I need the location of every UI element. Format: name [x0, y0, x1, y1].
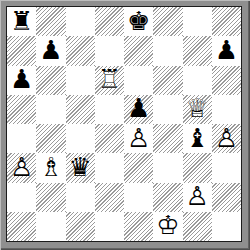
square-c2[interactable] — [66, 183, 95, 212]
square-g5[interactable]: ♛♕ — [183, 95, 212, 124]
white-rook-outline: ♖ — [95, 66, 124, 95]
black-rook: ♜ — [7, 7, 36, 36]
square-g1[interactable] — [183, 212, 212, 241]
black-pawn: ♟ — [212, 36, 241, 65]
square-e6[interactable] — [124, 66, 153, 95]
square-f2[interactable] — [153, 183, 182, 212]
square-h5[interactable] — [212, 95, 241, 124]
square-d1[interactable] — [95, 212, 124, 241]
square-c6[interactable] — [66, 66, 95, 95]
white-bishop-outline: ♗ — [36, 153, 65, 182]
square-a5[interactable] — [7, 95, 36, 124]
square-e2[interactable] — [124, 183, 153, 212]
square-g7[interactable] — [183, 36, 212, 65]
square-b2[interactable] — [36, 183, 65, 212]
square-e5[interactable]: ♟ — [124, 95, 153, 124]
square-a8[interactable]: ♜ — [7, 7, 36, 36]
square-d4[interactable] — [95, 124, 124, 153]
square-c7[interactable] — [66, 36, 95, 65]
black-bishop: ♝ — [183, 124, 212, 153]
square-h7[interactable]: ♟ — [212, 36, 241, 65]
square-b7[interactable]: ♟ — [36, 36, 65, 65]
square-b4[interactable] — [36, 124, 65, 153]
square-c8[interactable] — [66, 7, 95, 36]
square-h6[interactable] — [212, 66, 241, 95]
white-queen-outline: ♕ — [183, 95, 212, 124]
black-pawn: ♟ — [124, 95, 153, 124]
square-f5[interactable] — [153, 95, 182, 124]
square-a6[interactable]: ♟ — [7, 66, 36, 95]
square-a7[interactable] — [7, 36, 36, 65]
white-pawn-outline: ♙ — [124, 124, 153, 153]
square-e1[interactable] — [124, 212, 153, 241]
square-b6[interactable] — [36, 66, 65, 95]
square-b1[interactable] — [36, 212, 65, 241]
black-king: ♚ — [124, 7, 153, 36]
square-e7[interactable] — [124, 36, 153, 65]
square-g8[interactable] — [183, 7, 212, 36]
square-f8[interactable] — [153, 7, 182, 36]
square-g6[interactable] — [183, 66, 212, 95]
square-f7[interactable] — [153, 36, 182, 65]
square-d5[interactable] — [95, 95, 124, 124]
square-c3[interactable]: ♛ — [66, 153, 95, 182]
square-g2[interactable]: ♟♙ — [183, 183, 212, 212]
square-f3[interactable] — [153, 153, 182, 182]
square-a3[interactable]: ♟♙ — [7, 153, 36, 182]
chess-board: ♜♚♟♟♟♜♖♟♛♕♟♙♝♟♙♟♙♝♗♛♟♙♚♔ — [6, 6, 242, 242]
square-a1[interactable] — [7, 212, 36, 241]
square-c1[interactable] — [66, 212, 95, 241]
white-pawn-outline: ♙ — [212, 124, 241, 153]
square-b3[interactable]: ♝♗ — [36, 153, 65, 182]
square-d2[interactable] — [95, 183, 124, 212]
white-pawn-outline: ♙ — [183, 183, 212, 212]
square-h8[interactable] — [212, 7, 241, 36]
chess-diagram: ♜♚♟♟♟♜♖♟♛♕♟♙♝♟♙♟♙♝♗♛♟♙♚♔ — [0, 0, 250, 250]
square-a4[interactable] — [7, 124, 36, 153]
square-d3[interactable] — [95, 153, 124, 182]
square-b8[interactable] — [36, 7, 65, 36]
square-h1[interactable] — [212, 212, 241, 241]
square-d8[interactable] — [95, 7, 124, 36]
black-pawn: ♟ — [36, 36, 65, 65]
square-h2[interactable] — [212, 183, 241, 212]
black-pawn: ♟ — [7, 66, 36, 95]
square-e4[interactable]: ♟♙ — [124, 124, 153, 153]
square-c4[interactable] — [66, 124, 95, 153]
black-queen: ♛ — [66, 153, 95, 182]
square-a2[interactable] — [7, 183, 36, 212]
square-e3[interactable] — [124, 153, 153, 182]
white-king-outline: ♔ — [153, 212, 182, 241]
square-g3[interactable] — [183, 153, 212, 182]
square-c5[interactable] — [66, 95, 95, 124]
square-d6[interactable]: ♜♖ — [95, 66, 124, 95]
square-f6[interactable] — [153, 66, 182, 95]
square-f1[interactable]: ♚♔ — [153, 212, 182, 241]
square-e8[interactable]: ♚ — [124, 7, 153, 36]
square-f4[interactable] — [153, 124, 182, 153]
square-h3[interactable] — [212, 153, 241, 182]
square-g4[interactable]: ♝ — [183, 124, 212, 153]
square-h4[interactable]: ♟♙ — [212, 124, 241, 153]
square-d7[interactable] — [95, 36, 124, 65]
white-pawn-outline: ♙ — [7, 153, 36, 182]
square-b5[interactable] — [36, 95, 65, 124]
board-frame: ♜♚♟♟♟♜♖♟♛♕♟♙♝♟♙♟♙♝♗♛♟♙♚♔ — [0, 0, 250, 250]
